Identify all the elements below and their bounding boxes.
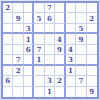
cell-r9c8[interactable] [76,87,86,97]
cell-r4c7[interactable] [66,34,76,44]
cell-r3c4[interactable] [34,24,44,34]
cell-r7c3[interactable] [24,66,34,76]
cell-r2c4[interactable]: 5 [34,13,44,23]
cell-r9c2[interactable] [13,87,23,97]
cell-r2c3[interactable] [24,13,34,23]
cell-r7c8[interactable] [76,66,86,76]
cell-r6c5[interactable] [45,55,55,65]
cell-r5c9[interactable] [87,45,97,55]
cell-r1c5[interactable]: 7 [45,3,55,13]
cell-r4c2[interactable] [13,34,23,44]
cell-r7c1[interactable] [3,66,13,76]
sudoku-grid: 27956235149679471321632719 [3,3,97,97]
cell-r1c9[interactable] [87,3,97,13]
cell-r3c5[interactable] [45,24,55,34]
cell-r2c6[interactable] [55,13,65,23]
cell-r5c5[interactable] [45,45,55,55]
cell-r2c2[interactable]: 9 [13,13,23,23]
cell-r9c6[interactable] [55,87,65,97]
cell-r9c4[interactable] [34,87,44,97]
cell-r6c4[interactable]: 1 [34,55,44,65]
cell-r7c7[interactable]: 1 [66,66,76,76]
cell-r6c6[interactable] [55,55,65,65]
cell-r8c8[interactable]: 7 [76,76,86,86]
cell-r8c1[interactable]: 6 [3,76,13,86]
cell-r2c7[interactable] [66,13,76,23]
sudoku-board: 27956235149679471321632719 [1,1,99,99]
cell-r1c8[interactable] [76,3,86,13]
cell-r6c1[interactable] [3,55,13,65]
cell-r7c9[interactable] [87,66,97,76]
cell-r4c5[interactable] [45,34,55,44]
cell-r6c8[interactable] [76,55,86,65]
cell-r2c8[interactable] [76,13,86,23]
cell-r6c9[interactable] [87,55,97,65]
cell-r9c5[interactable]: 1 [45,87,55,97]
cell-r6c3[interactable] [24,55,34,65]
cell-r2c1[interactable] [3,13,13,23]
cell-r4c6[interactable]: 4 [55,34,65,44]
cell-r8c9[interactable] [87,76,97,86]
cell-r9c7[interactable] [66,87,76,97]
cell-r2c9[interactable]: 2 [87,13,97,23]
cell-r6c7[interactable]: 3 [66,55,76,65]
cell-r1c3[interactable] [24,3,34,13]
cell-r7c2[interactable]: 2 [13,66,23,76]
cell-r7c4[interactable] [34,66,44,76]
cell-r3c9[interactable] [87,24,97,34]
cell-r8c6[interactable]: 2 [55,76,65,86]
cell-r4c8[interactable]: 9 [76,34,86,44]
cell-r8c7[interactable] [66,76,76,86]
cell-r4c3[interactable]: 1 [24,34,34,44]
cell-r5c6[interactable]: 9 [55,45,65,55]
cell-r5c2[interactable] [13,45,23,55]
cell-r5c8[interactable] [76,45,86,55]
cell-r3c6[interactable] [55,24,65,34]
cell-r4c1[interactable] [3,34,13,44]
cell-r8c4[interactable] [34,76,44,86]
cell-r3c1[interactable] [3,24,13,34]
cell-r1c2[interactable] [13,3,23,13]
cell-r1c1[interactable]: 2 [3,3,13,13]
cell-r7c6[interactable] [55,66,65,76]
cell-r1c6[interactable] [55,3,65,13]
cell-r3c8[interactable]: 5 [76,24,86,34]
cell-r5c7[interactable]: 4 [66,45,76,55]
cell-r1c4[interactable] [34,3,44,13]
cell-r9c9[interactable]: 9 [87,87,97,97]
cell-r6c2[interactable]: 7 [13,55,23,65]
cell-r5c3[interactable]: 6 [24,45,34,55]
cell-r8c3[interactable] [24,76,34,86]
cell-r2c5[interactable]: 6 [45,13,55,23]
cell-r7c5[interactable] [45,66,55,76]
cell-r1c7[interactable] [66,3,76,13]
cell-r3c2[interactable] [13,24,23,34]
cell-r9c1[interactable] [3,87,13,97]
cell-r4c9[interactable] [87,34,97,44]
cell-r4c4[interactable] [34,34,44,44]
cell-r9c3[interactable] [24,87,34,97]
cell-r5c1[interactable] [3,45,13,55]
cell-r5c4[interactable]: 7 [34,45,44,55]
cell-r8c2[interactable] [13,76,23,86]
cell-r8c5[interactable]: 3 [45,76,55,86]
cell-r3c3[interactable]: 3 [24,24,34,34]
cell-r3c7[interactable] [66,24,76,34]
